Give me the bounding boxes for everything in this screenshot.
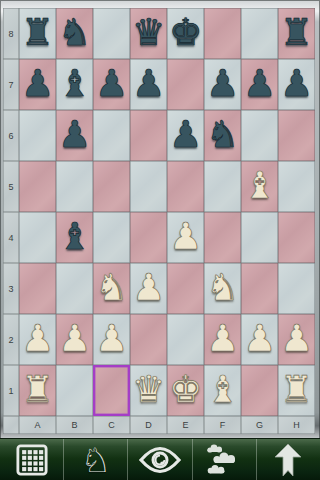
piece-black-knight[interactable]: ♞ (58, 7, 91, 58)
square-d4[interactable] (130, 212, 167, 263)
square-a2[interactable]: ♟ (19, 314, 56, 365)
chess-app-screen: 8♜♞♛♚♜7♟♝♟♟♟♟♟6♟♟♞5♝4♝♟3♞♟♞2♟♟♟♟♟♟1♜♛♚♝♜… (0, 0, 320, 480)
piece-black-bishop[interactable]: ♝ (58, 211, 91, 262)
square-e4[interactable]: ♟ (167, 212, 204, 263)
square-d1[interactable]: ♛ (130, 365, 167, 416)
square-a3[interactable] (19, 263, 56, 314)
square-b1[interactable] (56, 365, 93, 416)
square-g5[interactable]: ♝ (241, 161, 278, 212)
square-b2[interactable]: ♟ (56, 314, 93, 365)
square-h8[interactable]: ♜ (278, 8, 315, 59)
piece-white-knight[interactable]: ♞ (95, 262, 128, 313)
piece-white-pawn[interactable]: ♟ (243, 313, 276, 364)
square-f5[interactable] (204, 161, 241, 212)
piece-white-pawn[interactable]: ♟ (95, 313, 128, 364)
label-corner (3, 416, 19, 434)
piece-white-pawn[interactable]: ♟ (280, 313, 313, 364)
square-d6[interactable] (130, 110, 167, 161)
square-a4[interactable] (19, 212, 56, 263)
square-b7[interactable]: ♝ (56, 59, 93, 110)
piece-black-pawn[interactable]: ♟ (206, 58, 239, 109)
square-h2[interactable]: ♟ (278, 314, 315, 365)
square-e3[interactable] (167, 263, 204, 314)
square-c6[interactable] (93, 110, 130, 161)
square-e5[interactable] (167, 161, 204, 212)
piece-white-rook[interactable]: ♜ (280, 364, 313, 415)
piece-black-rook[interactable]: ♜ (280, 7, 313, 58)
piece-black-pawn[interactable]: ♟ (243, 58, 276, 109)
file-label-b: B (56, 416, 93, 434)
piece-black-knight[interactable]: ♞ (206, 109, 239, 160)
square-g7[interactable]: ♟ (241, 59, 278, 110)
piece-black-pawn[interactable]: ♟ (58, 109, 91, 160)
square-a8[interactable]: ♜ (19, 8, 56, 59)
bottom-toolbar: ♘ (0, 438, 320, 480)
piece-black-king[interactable]: ♚ (169, 7, 202, 58)
square-e1[interactable]: ♚ (167, 365, 204, 416)
square-b6[interactable]: ♟ (56, 110, 93, 161)
square-g6[interactable] (241, 110, 278, 161)
piece-white-pawn[interactable]: ♟ (21, 313, 54, 364)
clouds-icon (202, 442, 246, 478)
file-label-c: C (93, 416, 130, 434)
square-f8[interactable] (204, 8, 241, 59)
piece-white-knight[interactable]: ♞ (206, 262, 239, 313)
square-b4[interactable]: ♝ (56, 212, 93, 263)
piece-black-pawn[interactable]: ♟ (169, 109, 202, 160)
square-f7[interactable]: ♟ (204, 59, 241, 110)
piece-white-bishop[interactable]: ♝ (206, 364, 239, 415)
rank-label-5: 5 (3, 161, 19, 212)
square-c7[interactable]: ♟ (93, 59, 130, 110)
piece-white-rook[interactable]: ♜ (21, 364, 54, 415)
square-h6[interactable] (278, 110, 315, 161)
file-label-e: E (167, 416, 204, 434)
piece-black-pawn[interactable]: ♟ (21, 58, 54, 109)
square-c4[interactable] (93, 212, 130, 263)
piece-white-king[interactable]: ♚ (169, 364, 202, 415)
square-d8[interactable]: ♛ (130, 8, 167, 59)
square-g1[interactable] (241, 365, 278, 416)
piece-black-bishop[interactable]: ♝ (58, 58, 91, 109)
square-c5[interactable] (93, 161, 130, 212)
square-e2[interactable] (167, 314, 204, 365)
square-d2[interactable] (130, 314, 167, 365)
rank-label-4: 4 (3, 212, 19, 263)
square-h1[interactable]: ♜ (278, 365, 315, 416)
up-arrow-icon (274, 443, 302, 477)
file-label-f: F (204, 416, 241, 434)
square-d5[interactable] (130, 161, 167, 212)
file-label-d: D (130, 416, 167, 434)
piece-white-queen[interactable]: ♛ (132, 364, 165, 415)
square-g3[interactable] (241, 263, 278, 314)
square-f1[interactable]: ♝ (204, 365, 241, 416)
square-b3[interactable] (56, 263, 93, 314)
square-e8[interactable]: ♚ (167, 8, 204, 59)
piece-white-pawn[interactable]: ♟ (206, 313, 239, 364)
square-f6[interactable]: ♞ (204, 110, 241, 161)
square-b5[interactable] (56, 161, 93, 212)
file-label-a: A (19, 416, 56, 434)
square-f3[interactable]: ♞ (204, 263, 241, 314)
rank-label-3: 3 (3, 263, 19, 314)
piece-white-pawn[interactable]: ♟ (58, 313, 91, 364)
clouds-level-button[interactable] (192, 439, 256, 480)
piece-white-pawn[interactable]: ♟ (132, 262, 165, 313)
piece-black-pawn[interactable]: ♟ (95, 58, 128, 109)
square-b8[interactable]: ♞ (56, 8, 93, 59)
rank-label-1: 1 (3, 365, 19, 416)
square-a5[interactable] (19, 161, 56, 212)
eye-view-button[interactable] (127, 439, 191, 480)
square-g4[interactable] (241, 212, 278, 263)
rank-label-7: 7 (3, 59, 19, 110)
up-arrow-button[interactable] (256, 439, 320, 480)
knight-icon: ♘ (81, 443, 111, 477)
board-grid-button[interactable] (0, 439, 63, 480)
file-label-h: H (278, 416, 315, 434)
piece-white-bishop[interactable]: ♝ (243, 160, 276, 211)
piece-black-rook[interactable]: ♜ (21, 7, 54, 58)
rank-label-2: 2 (3, 314, 19, 365)
square-h7[interactable]: ♟ (278, 59, 315, 110)
square-e7[interactable] (167, 59, 204, 110)
square-h5[interactable] (278, 161, 315, 212)
square-g8[interactable] (241, 8, 278, 59)
board-frame: 8♜♞♛♚♜7♟♝♟♟♟♟♟6♟♟♞5♝4♝♟3♞♟♞2♟♟♟♟♟♟1♜♛♚♝♜… (0, 0, 320, 439)
square-c8[interactable] (93, 8, 130, 59)
rank-label-6: 6 (3, 110, 19, 161)
square-d3[interactable]: ♟ (130, 263, 167, 314)
square-c1[interactable] (93, 365, 130, 416)
piece-black-pawn[interactable]: ♟ (280, 58, 313, 109)
square-g2[interactable]: ♟ (241, 314, 278, 365)
square-c2[interactable]: ♟ (93, 314, 130, 365)
square-e6[interactable]: ♟ (167, 110, 204, 161)
square-d7[interactable]: ♟ (130, 59, 167, 110)
square-f2[interactable]: ♟ (204, 314, 241, 365)
square-h4[interactable] (278, 212, 315, 263)
piece-black-pawn[interactable]: ♟ (132, 58, 165, 109)
file-label-g: G (241, 416, 278, 434)
square-a6[interactable] (19, 110, 56, 161)
rank-label-8: 8 (3, 8, 19, 59)
square-a1[interactable]: ♜ (19, 365, 56, 416)
chess-board: 8♜♞♛♚♜7♟♝♟♟♟♟♟6♟♟♞5♝4♝♟3♞♟♞2♟♟♟♟♟♟1♜♛♚♝♜… (3, 8, 315, 434)
square-f4[interactable] (204, 212, 241, 263)
eye-icon (139, 445, 181, 475)
knight-pieces-button[interactable]: ♘ (63, 439, 127, 480)
piece-white-pawn[interactable]: ♟ (169, 211, 202, 262)
board-grid-icon (16, 444, 48, 476)
square-c3[interactable]: ♞ (93, 263, 130, 314)
square-h3[interactable] (278, 263, 315, 314)
square-a7[interactable]: ♟ (19, 59, 56, 110)
piece-black-queen[interactable]: ♛ (132, 7, 165, 58)
